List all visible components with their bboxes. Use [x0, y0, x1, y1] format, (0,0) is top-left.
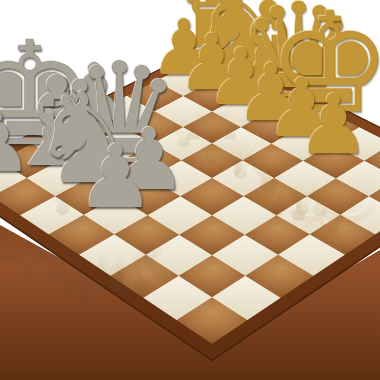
chess-set-photo: ♜♜♞♞♝♝♛♛♚♚♟♟♟♟♟♟♟♟♟♟♟♟♟♟♚♚♝♝♞♞♟♟♟♟♛♛♟♟♟♟ [0, 0, 380, 380]
board-scene [0, 0, 380, 380]
board-frame [0, 44, 380, 360]
chess-board [0, 53, 380, 344]
